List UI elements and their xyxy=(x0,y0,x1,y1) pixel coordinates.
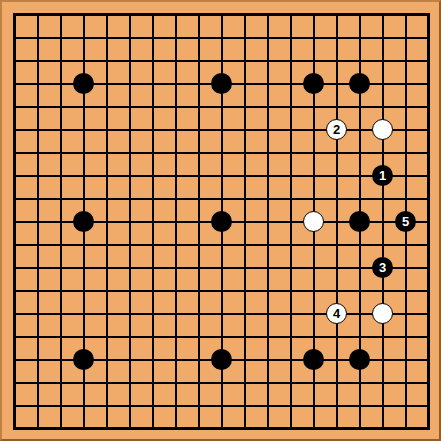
black-stone xyxy=(73,349,94,370)
black-stone-move-1: 1 xyxy=(372,165,393,186)
black-stone xyxy=(303,349,324,370)
move-number: 4 xyxy=(333,307,340,320)
black-stone xyxy=(73,73,94,94)
move-number: 2 xyxy=(333,123,340,136)
black-stone xyxy=(349,211,370,232)
black-stone-move-5: 5 xyxy=(395,211,416,232)
white-stone xyxy=(372,303,393,324)
black-stone xyxy=(211,349,232,370)
move-number: 1 xyxy=(379,169,386,182)
black-stone-move-3: 3 xyxy=(372,257,393,278)
white-stone xyxy=(372,119,393,140)
black-stone xyxy=(303,73,324,94)
move-number: 3 xyxy=(379,261,386,274)
white-stone-move-2: 2 xyxy=(326,119,347,140)
go-board[interactable]: 12345 xyxy=(0,0,441,441)
black-stone xyxy=(211,211,232,232)
move-number: 5 xyxy=(402,215,409,228)
black-stone xyxy=(349,73,370,94)
black-stone xyxy=(73,211,94,232)
white-stone-move-4: 4 xyxy=(326,303,347,324)
black-stone xyxy=(349,349,370,370)
white-stone xyxy=(303,211,324,232)
black-stone xyxy=(211,73,232,94)
